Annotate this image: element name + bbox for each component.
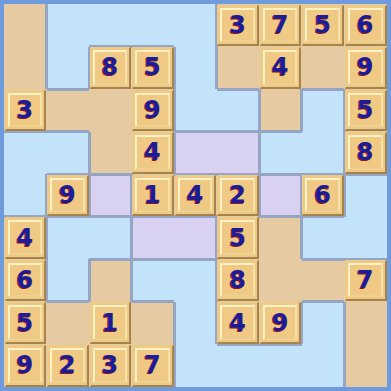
region-border bbox=[217, 344, 260, 346]
tile-digit: 6 bbox=[314, 183, 331, 207]
tile-digit: 8 bbox=[102, 55, 119, 79]
board-cell[interactable] bbox=[47, 217, 90, 260]
board-cell[interactable]: 8 bbox=[217, 259, 260, 302]
board-cell[interactable] bbox=[302, 217, 345, 260]
region-border bbox=[344, 174, 387, 176]
tile-digit: 5 bbox=[314, 13, 331, 37]
region-border bbox=[174, 302, 176, 345]
board-cell[interactable] bbox=[4, 47, 47, 90]
board-cell[interactable]: 4 bbox=[174, 174, 217, 217]
board-cell[interactable] bbox=[47, 259, 90, 302]
number-tile[interactable]: 8 bbox=[90, 47, 132, 89]
number-tile[interactable]: 5 bbox=[345, 90, 387, 132]
tile-digit: 4 bbox=[229, 311, 246, 335]
region-border bbox=[302, 302, 304, 345]
tile-digit: 3 bbox=[102, 353, 119, 377]
tile-digit: 4 bbox=[272, 55, 289, 79]
region-border bbox=[302, 217, 345, 219]
tile-digit: 7 bbox=[144, 353, 161, 377]
board-cell[interactable] bbox=[302, 47, 345, 90]
number-tile[interactable]: 2 bbox=[217, 175, 259, 217]
region-border bbox=[174, 47, 176, 90]
board-cell[interactable] bbox=[89, 132, 132, 175]
region-border bbox=[344, 344, 346, 387]
board-cell[interactable]: 6 bbox=[302, 174, 345, 217]
region-border bbox=[132, 302, 175, 304]
board-cell[interactable] bbox=[344, 302, 387, 345]
number-tile[interactable]: 7 bbox=[345, 260, 387, 302]
region-border bbox=[344, 174, 346, 217]
board-cell[interactable]: 9 bbox=[132, 89, 175, 132]
board-cell[interactable] bbox=[302, 89, 345, 132]
number-tile[interactable]: 5 bbox=[132, 47, 174, 89]
number-tile[interactable]: 4 bbox=[132, 132, 174, 174]
region-border bbox=[302, 89, 345, 91]
region-border bbox=[89, 259, 91, 302]
region-border bbox=[47, 217, 90, 219]
region-border bbox=[259, 174, 261, 217]
number-tile[interactable]: 4 bbox=[217, 302, 259, 344]
region-border bbox=[259, 132, 261, 175]
region-border bbox=[47, 47, 49, 90]
board-cell[interactable] bbox=[132, 302, 175, 345]
board-cell[interactable] bbox=[47, 4, 90, 47]
region-border bbox=[47, 217, 49, 260]
board-cell[interactable] bbox=[174, 217, 217, 260]
region-border bbox=[259, 217, 302, 219]
board-cell[interactable] bbox=[217, 47, 260, 90]
board-cell[interactable]: 2 bbox=[217, 174, 260, 217]
board-cell[interactable] bbox=[4, 132, 47, 175]
board-cell[interactable]: 7 bbox=[259, 4, 302, 47]
board-cell[interactable]: 7 bbox=[132, 344, 175, 387]
board-cell[interactable] bbox=[344, 174, 387, 217]
region-border bbox=[302, 259, 345, 261]
board-cell[interactable] bbox=[174, 344, 217, 387]
region-border bbox=[174, 217, 217, 219]
puzzle-board: 3756854939548914264568751499237 bbox=[0, 0, 391, 391]
board-cell[interactable] bbox=[47, 302, 90, 345]
board-cell[interactable] bbox=[174, 132, 217, 175]
region-border bbox=[47, 259, 49, 302]
board-cell[interactable] bbox=[259, 89, 302, 132]
region-border bbox=[302, 217, 304, 260]
board-cell[interactable] bbox=[259, 132, 302, 175]
board-cell[interactable]: 6 bbox=[4, 259, 47, 302]
board-cell[interactable] bbox=[89, 217, 132, 260]
region-border bbox=[217, 89, 260, 91]
tile-digit: 2 bbox=[59, 353, 76, 377]
board-cell[interactable] bbox=[132, 4, 175, 47]
region-border bbox=[47, 302, 90, 304]
tile-digit: 9 bbox=[59, 183, 76, 207]
region-border bbox=[259, 132, 302, 134]
board-cell[interactable]: 5 bbox=[4, 302, 47, 345]
tile-digit: 8 bbox=[229, 268, 246, 292]
board-cell[interactable]: 3 bbox=[4, 89, 47, 132]
region-border bbox=[89, 174, 91, 217]
board-cell[interactable]: 4 bbox=[259, 47, 302, 90]
region-border bbox=[132, 217, 175, 219]
number-tile[interactable]: 3 bbox=[5, 90, 47, 132]
board-cell[interactable] bbox=[174, 47, 217, 90]
tile-digit: 3 bbox=[229, 13, 246, 37]
board-cell[interactable] bbox=[344, 217, 387, 260]
number-tile[interactable]: 9 bbox=[132, 90, 174, 132]
board-cell[interactable]: 3 bbox=[89, 344, 132, 387]
tile-digit: 9 bbox=[272, 311, 289, 335]
board-cell[interactable]: 8 bbox=[89, 47, 132, 90]
number-tile[interactable]: 1 bbox=[90, 302, 132, 344]
tile-digit: 9 bbox=[144, 98, 161, 122]
board-cell[interactable] bbox=[302, 302, 345, 345]
tile-digit: 9 bbox=[16, 353, 33, 377]
board-cell[interactable] bbox=[89, 89, 132, 132]
tile-digit: 5 bbox=[229, 226, 246, 250]
board-cell[interactable]: 9 bbox=[259, 302, 302, 345]
tile-digit: 6 bbox=[16, 268, 33, 292]
board-cell[interactable]: 9 bbox=[4, 344, 47, 387]
number-tile[interactable]: 6 bbox=[5, 260, 47, 302]
number-tile[interactable]: 3 bbox=[90, 345, 132, 387]
number-tile[interactable]: 4 bbox=[260, 47, 302, 89]
region-border bbox=[174, 259, 217, 261]
number-tile[interactable]: 5 bbox=[302, 5, 344, 47]
region-border bbox=[259, 174, 302, 176]
tile-digit: 4 bbox=[187, 183, 204, 207]
board-cell[interactable]: 6 bbox=[344, 4, 387, 47]
board-cell[interactable]: 1 bbox=[89, 302, 132, 345]
board-cell[interactable]: 1 bbox=[132, 174, 175, 217]
tile-digit: 5 bbox=[16, 311, 33, 335]
board-cell[interactable]: 5 bbox=[132, 47, 175, 90]
board-cell[interactable] bbox=[47, 47, 90, 90]
region-border bbox=[47, 89, 90, 91]
region-border bbox=[132, 259, 175, 261]
region-border bbox=[132, 217, 134, 260]
board-cell[interactable]: 8 bbox=[344, 132, 387, 175]
tile-digit: 5 bbox=[144, 55, 161, 79]
region-border bbox=[302, 302, 345, 304]
board-cell[interactable] bbox=[132, 259, 175, 302]
board-cell[interactable] bbox=[174, 302, 217, 345]
number-tile[interactable]: 9 bbox=[5, 345, 47, 387]
number-tile[interactable]: 6 bbox=[302, 175, 344, 217]
tile-digit: 7 bbox=[357, 268, 374, 292]
board-cell[interactable] bbox=[259, 174, 302, 217]
board-cell[interactable] bbox=[174, 259, 217, 302]
tile-digit: 4 bbox=[144, 140, 161, 164]
number-tile[interactable]: 5 bbox=[217, 217, 259, 259]
tile-digit: 4 bbox=[16, 226, 33, 250]
region-border bbox=[259, 89, 261, 132]
number-tile[interactable]: 7 bbox=[132, 345, 174, 387]
board-cell[interactable] bbox=[47, 89, 90, 132]
number-tile[interactable]: 4 bbox=[5, 217, 47, 259]
tile-digit: 2 bbox=[229, 183, 246, 207]
tile-digit: 7 bbox=[272, 13, 289, 37]
number-tile[interactable]: 7 bbox=[260, 5, 302, 47]
region-border bbox=[217, 47, 219, 90]
board-cell[interactable] bbox=[302, 259, 345, 302]
region-border bbox=[47, 132, 90, 134]
number-tile[interactable]: 8 bbox=[345, 132, 387, 174]
board-cell[interactable]: 3 bbox=[217, 4, 260, 47]
number-tile[interactable]: 5 bbox=[5, 302, 47, 344]
board-cell[interactable]: 9 bbox=[344, 47, 387, 90]
region-border bbox=[4, 132, 47, 134]
region-border bbox=[174, 344, 176, 387]
board-cell[interactable] bbox=[217, 132, 260, 175]
board-cell[interactable] bbox=[132, 217, 175, 260]
board-cell[interactable] bbox=[344, 344, 387, 387]
tile-digit: 6 bbox=[357, 13, 374, 37]
board-cell[interactable] bbox=[259, 217, 302, 260]
region-border bbox=[302, 89, 304, 132]
tile-digit: 1 bbox=[144, 183, 161, 207]
tile-digit: 1 bbox=[102, 311, 119, 335]
tile-digit: 3 bbox=[16, 98, 33, 122]
board-cell[interactable] bbox=[4, 174, 47, 217]
board-cell[interactable] bbox=[47, 132, 90, 175]
board-cell[interactable] bbox=[302, 132, 345, 175]
number-tile[interactable]: 1 bbox=[132, 175, 174, 217]
region-border bbox=[89, 132, 91, 175]
region-border bbox=[344, 302, 346, 345]
region-border bbox=[174, 132, 217, 134]
board-cell[interactable] bbox=[259, 259, 302, 302]
board-cell[interactable] bbox=[174, 4, 217, 47]
board-cell[interactable] bbox=[259, 344, 302, 387]
board-cell[interactable] bbox=[217, 344, 260, 387]
tile-digit: 8 bbox=[357, 140, 374, 164]
board-cell[interactable] bbox=[174, 89, 217, 132]
board-cell[interactable]: 5 bbox=[217, 217, 260, 260]
board-cell[interactable] bbox=[89, 174, 132, 217]
board-cell[interactable]: 2 bbox=[47, 344, 90, 387]
region-border bbox=[89, 174, 132, 176]
region-border bbox=[47, 4, 49, 47]
board-cell[interactable] bbox=[302, 344, 345, 387]
number-tile[interactable]: 9 bbox=[47, 175, 89, 217]
region-border bbox=[89, 259, 132, 261]
region-border bbox=[217, 132, 260, 134]
region-border bbox=[174, 132, 176, 175]
board-cell[interactable] bbox=[217, 89, 260, 132]
board-cell[interactable]: 5 bbox=[302, 4, 345, 47]
board-cell[interactable] bbox=[4, 4, 47, 47]
number-tile[interactable]: 9 bbox=[345, 47, 387, 89]
board-cell[interactable]: 4 bbox=[4, 217, 47, 260]
region-border bbox=[259, 344, 302, 346]
tile-digit: 9 bbox=[357, 55, 374, 79]
number-tile[interactable]: 4 bbox=[175, 175, 217, 217]
number-tile[interactable]: 2 bbox=[47, 345, 89, 387]
number-tile[interactable]: 3 bbox=[217, 5, 259, 47]
number-tile[interactable]: 8 bbox=[217, 260, 259, 302]
region-border bbox=[132, 259, 134, 302]
region-border bbox=[89, 217, 132, 219]
board-cell[interactable]: 4 bbox=[132, 132, 175, 175]
tile-digit: 5 bbox=[357, 98, 374, 122]
board-cell[interactable]: 5 bbox=[344, 89, 387, 132]
board-cell[interactable] bbox=[89, 4, 132, 47]
board-cell[interactable]: 9 bbox=[47, 174, 90, 217]
number-tile[interactable]: 9 bbox=[260, 302, 302, 344]
number-tile[interactable]: 6 bbox=[345, 5, 387, 47]
board-cell[interactable]: 7 bbox=[344, 259, 387, 302]
board-cell[interactable] bbox=[89, 259, 132, 302]
board-cell[interactable]: 4 bbox=[217, 302, 260, 345]
region-border bbox=[174, 89, 176, 132]
